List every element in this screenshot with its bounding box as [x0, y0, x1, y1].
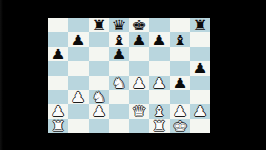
square-g5[interactable] — [170, 61, 190, 75]
square-h5[interactable]: ♟ — [190, 61, 210, 75]
white-rook-icon: ♜ — [46, 119, 70, 133]
square-b5[interactable] — [68, 61, 88, 75]
video-frame[interactable]: ♜♛♚♜♟♝♟♟♝♟♟♟♞♟♟♟♟♞♟♟♛♝♟♟♜♜♚ — [0, 0, 266, 150]
square-h8[interactable]: ♜ — [190, 18, 210, 32]
square-a8[interactable] — [48, 18, 68, 32]
square-a6[interactable]: ♟ — [48, 47, 68, 61]
square-c4[interactable] — [89, 76, 109, 90]
black-pawn-icon: ♟ — [188, 61, 212, 75]
chess-board: ♜♛♚♜♟♝♟♟♝♟♟♟♞♟♟♟♟♞♟♟♛♝♟♟♜♜♚ — [48, 18, 210, 133]
square-d8[interactable]: ♛ — [109, 18, 129, 32]
white-pawn-icon: ♟ — [46, 104, 70, 118]
square-c6[interactable] — [89, 47, 109, 61]
square-f1[interactable]: ♜ — [149, 119, 169, 133]
square-g8[interactable] — [170, 18, 190, 32]
square-d6[interactable]: ♟ — [109, 47, 129, 61]
square-c3[interactable]: ♞ — [89, 90, 109, 104]
square-e6[interactable] — [129, 47, 149, 61]
square-b6[interactable] — [68, 47, 88, 61]
white-pawn-icon: ♟ — [86, 104, 110, 118]
square-h1[interactable] — [190, 119, 210, 133]
square-c8[interactable]: ♜ — [89, 18, 109, 32]
square-f8[interactable] — [149, 18, 169, 32]
square-d5[interactable] — [109, 61, 129, 75]
square-a1[interactable]: ♜ — [48, 119, 68, 133]
square-g6[interactable] — [170, 47, 190, 61]
square-b8[interactable] — [68, 18, 88, 32]
black-rook-icon: ♜ — [188, 18, 212, 32]
square-d1[interactable] — [109, 119, 129, 133]
square-a4[interactable] — [48, 76, 68, 90]
square-b2[interactable] — [68, 104, 88, 118]
square-g7[interactable]: ♝ — [170, 32, 190, 46]
white-pawn-icon: ♟ — [188, 104, 212, 118]
square-f5[interactable] — [149, 61, 169, 75]
square-g3[interactable] — [170, 90, 190, 104]
square-b3[interactable]: ♟ — [68, 90, 88, 104]
square-d3[interactable] — [109, 90, 129, 104]
square-g1[interactable]: ♚ — [170, 119, 190, 133]
square-h6[interactable] — [190, 47, 210, 61]
black-king-icon: ♚ — [127, 18, 151, 32]
square-h4[interactable] — [190, 76, 210, 90]
square-h7[interactable] — [190, 32, 210, 46]
black-pawn-icon: ♟ — [46, 47, 70, 61]
square-d2[interactable] — [109, 104, 129, 118]
square-e5[interactable] — [129, 61, 149, 75]
square-f6[interactable] — [149, 47, 169, 61]
white-knight-icon: ♞ — [86, 90, 110, 104]
square-e8[interactable]: ♚ — [129, 18, 149, 32]
square-h2[interactable]: ♟ — [190, 104, 210, 118]
white-king-icon: ♚ — [167, 119, 191, 133]
black-bishop-icon: ♝ — [167, 32, 191, 46]
black-pawn-icon: ♟ — [167, 76, 191, 90]
square-d7[interactable]: ♝ — [109, 32, 129, 46]
square-f4[interactable]: ♟ — [149, 76, 169, 90]
square-a2[interactable]: ♟ — [48, 104, 68, 118]
square-a5[interactable] — [48, 61, 68, 75]
square-h3[interactable] — [190, 90, 210, 104]
square-f3[interactable] — [149, 90, 169, 104]
square-b4[interactable] — [68, 76, 88, 90]
square-b1[interactable] — [68, 119, 88, 133]
square-g2[interactable]: ♟ — [170, 104, 190, 118]
square-f2[interactable]: ♝ — [149, 104, 169, 118]
square-f7[interactable]: ♟ — [149, 32, 169, 46]
square-c2[interactable]: ♟ — [89, 104, 109, 118]
black-pawn-icon: ♟ — [107, 47, 131, 61]
square-b7[interactable]: ♟ — [68, 32, 88, 46]
square-c5[interactable] — [89, 61, 109, 75]
square-g4[interactable]: ♟ — [170, 76, 190, 90]
square-c7[interactable] — [89, 32, 109, 46]
black-pawn-icon: ♟ — [66, 32, 90, 46]
square-c1[interactable] — [89, 119, 109, 133]
square-e3[interactable] — [129, 90, 149, 104]
square-d4[interactable]: ♞ — [109, 76, 129, 90]
